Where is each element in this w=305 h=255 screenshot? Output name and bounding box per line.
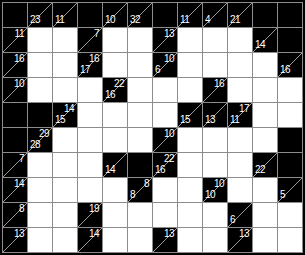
clue-cell-r0c7: 11	[178, 3, 202, 27]
clue-cell-r6c0: 7	[3, 153, 27, 177]
entry-cell-r8c5[interactable]	[128, 203, 152, 227]
clue-cell-r9c9: 13	[228, 228, 252, 252]
across-clue: 11	[15, 29, 24, 39]
down-clue: 16	[155, 165, 165, 175]
entry-cell-r9c8[interactable]	[203, 228, 227, 252]
entry-cell-r1c4[interactable]	[103, 28, 127, 52]
block-cell-r0c6	[153, 3, 177, 27]
entry-cell-r9c2[interactable]	[53, 228, 77, 252]
entry-cell-r6c7[interactable]	[178, 153, 202, 177]
down-clue: 4	[205, 15, 210, 25]
entry-cell-r3c2[interactable]	[53, 78, 77, 102]
clue-cell-r3c0: 10	[3, 78, 27, 102]
entry-cell-r8c10[interactable]	[253, 203, 277, 227]
kakuro-grid: 2311103211421117131416161710616102216161…	[2, 2, 303, 253]
block-cell-r5c0	[3, 128, 27, 152]
across-clue: 13	[239, 229, 249, 239]
entry-cell-r4c6[interactable]	[153, 103, 177, 127]
entry-cell-r2c4[interactable]	[103, 53, 127, 77]
entry-cell-r6c1[interactable]	[28, 153, 52, 177]
clue-cell-r8c9: 6	[228, 203, 252, 227]
entry-cell-r8c4[interactable]	[103, 203, 127, 227]
clue-cell-r3c4: 2216	[103, 78, 127, 102]
entry-cell-r1c7[interactable]	[178, 28, 202, 52]
entry-cell-r2c5[interactable]	[128, 53, 152, 77]
clue-cell-r7c0: 14	[3, 178, 27, 202]
clue-cell-r0c5: 32	[128, 3, 152, 27]
block-cell-r4c1	[28, 103, 52, 127]
block-cell-r6c11	[278, 153, 302, 177]
across-clue: 10	[164, 54, 174, 64]
down-clue: 11	[230, 115, 239, 125]
down-clue: 15	[55, 115, 65, 125]
entry-cell-r2c10[interactable]	[253, 53, 277, 77]
down-clue: 21	[230, 15, 240, 25]
down-clue: 16	[105, 90, 115, 100]
clue-cell-r4c9: 1711	[228, 103, 252, 127]
entry-cell-r8c7[interactable]	[178, 203, 202, 227]
down-clue: 11	[55, 15, 64, 25]
entry-cell-r5c8[interactable]	[203, 128, 227, 152]
down-clue: 5	[280, 190, 285, 200]
clue-cell-r2c3: 1617	[78, 53, 102, 77]
clue-cell-r1c3: 7	[78, 28, 102, 52]
clue-cell-r9c3: 14	[78, 228, 102, 252]
entry-cell-r4c5[interactable]	[128, 103, 152, 127]
clue-cell-r6c10: 22	[253, 153, 277, 177]
across-clue: 10	[14, 79, 24, 89]
block-cell-r4c0	[3, 103, 27, 127]
clue-cell-r0c8: 4	[203, 3, 227, 27]
entry-cell-r5c10[interactable]	[253, 128, 277, 152]
across-clue: 14	[64, 104, 74, 114]
entry-cell-r2c8[interactable]	[203, 53, 227, 77]
down-clue: 10	[105, 15, 115, 25]
clue-cell-r2c11: 16	[278, 53, 302, 77]
clue-cell-r0c1: 23	[28, 3, 52, 27]
block-cell-r1c11	[278, 28, 302, 52]
across-clue: 13	[164, 229, 174, 239]
entry-cell-r8c8[interactable]	[203, 203, 227, 227]
clue-cell-r9c0: 13	[3, 228, 27, 252]
entry-cell-r9c11[interactable]	[278, 228, 302, 252]
block-cell-r0c0	[3, 3, 27, 27]
entry-cell-r3c9[interactable]	[228, 78, 252, 102]
entry-cell-r7c7[interactable]	[178, 178, 202, 202]
entry-cell-r8c6[interactable]	[153, 203, 177, 227]
entry-cell-r6c3[interactable]	[78, 153, 102, 177]
entry-cell-r3c6[interactable]	[153, 78, 177, 102]
clue-cell-r4c2: 1415	[53, 103, 77, 127]
clue-cell-r7c5: 88	[128, 178, 152, 202]
entry-cell-r3c5[interactable]	[128, 78, 152, 102]
across-clue: 13	[164, 29, 174, 39]
down-clue: 6	[230, 215, 235, 225]
block-cell-r0c3	[78, 3, 102, 27]
entry-cell-r7c2[interactable]	[53, 178, 77, 202]
clue-cell-r7c8: 1010	[203, 178, 227, 202]
clue-cell-r2c0: 16	[3, 53, 27, 77]
down-clue: 6	[155, 65, 160, 75]
across-clue: 16	[214, 79, 224, 89]
block-cell-r0c10	[253, 3, 277, 27]
clue-cell-r0c9: 21	[228, 3, 252, 27]
down-clue: 10	[205, 190, 215, 200]
across-clue: 8	[19, 204, 24, 214]
entry-cell-r4c4[interactable]	[103, 103, 127, 127]
entry-cell-r9c5[interactable]	[128, 228, 152, 252]
entry-cell-r1c1[interactable]	[28, 28, 52, 52]
clue-cell-r4c8: 13	[203, 103, 227, 127]
across-clue: 16	[14, 54, 24, 64]
entry-cell-r9c1[interactable]	[28, 228, 52, 252]
entry-cell-r5c7[interactable]	[178, 128, 202, 152]
down-clue: 14	[255, 40, 265, 50]
entry-cell-r1c2[interactable]	[53, 28, 77, 52]
entry-cell-r5c9[interactable]	[228, 128, 252, 152]
block-cell-r6c5	[128, 153, 152, 177]
entry-cell-r7c3[interactable]	[78, 178, 102, 202]
clue-cell-r0c2: 11	[53, 3, 77, 27]
down-clue: 15	[180, 115, 190, 125]
across-clue: 16	[89, 54, 99, 64]
entry-cell-r9c10[interactable]	[253, 228, 277, 252]
clue-cell-r6c6: 2216	[153, 153, 177, 177]
entry-cell-r3c10[interactable]	[253, 78, 277, 102]
across-clue: 19	[89, 204, 99, 214]
entry-cell-r7c1[interactable]	[28, 178, 52, 202]
entry-cell-r5c2[interactable]	[53, 128, 77, 152]
clue-cell-r1c0: 11	[3, 28, 27, 52]
kakuro-board: 2311103211421117131416161710616102216161…	[0, 0, 305, 255]
down-clue: 28	[30, 140, 40, 150]
across-clue: 13	[14, 229, 24, 239]
clue-cell-r2c6: 106	[153, 53, 177, 77]
across-clue: 14	[89, 229, 99, 239]
down-clue: 16	[280, 65, 290, 75]
entry-cell-r5c4[interactable]	[103, 128, 127, 152]
entry-cell-r9c4[interactable]	[103, 228, 127, 252]
clue-cell-r1c6: 13	[153, 28, 177, 52]
clue-cell-r5c6: 10	[153, 128, 177, 152]
clue-cell-r8c0: 8	[3, 203, 27, 227]
clue-cell-r0c4: 10	[103, 3, 127, 27]
entry-cell-r2c7[interactable]	[178, 53, 202, 77]
entry-cell-r3c1[interactable]	[28, 78, 52, 102]
down-clue: 23	[30, 15, 40, 25]
down-clue: 8	[130, 190, 135, 200]
clue-cell-r4c7: 15	[178, 103, 202, 127]
entry-cell-r1c5[interactable]	[128, 28, 152, 52]
entry-cell-r3c11[interactable]	[278, 78, 302, 102]
entry-cell-r2c9[interactable]	[228, 53, 252, 77]
down-clue: 22	[255, 165, 265, 175]
clue-cell-r8c3: 19	[78, 203, 102, 227]
across-clue: 8	[144, 179, 149, 189]
entry-cell-r9c7[interactable]	[178, 228, 202, 252]
block-cell-r0c11	[278, 3, 302, 27]
down-clue: 14	[105, 165, 115, 175]
entry-cell-r6c9[interactable]	[228, 153, 252, 177]
entry-cell-r4c10[interactable]	[253, 103, 277, 127]
entry-cell-r6c8[interactable]	[203, 153, 227, 177]
entry-cell-r7c10[interactable]	[253, 178, 277, 202]
entry-cell-r8c11[interactable]	[278, 203, 302, 227]
entry-cell-r3c3[interactable]	[78, 78, 102, 102]
clue-cell-r1c10: 14	[253, 28, 277, 52]
clue-cell-r6c4: 14	[103, 153, 127, 177]
clue-cell-r3c8: 16	[203, 78, 227, 102]
clue-cell-r9c6: 13	[153, 228, 177, 252]
entry-cell-r8c1[interactable]	[28, 203, 52, 227]
down-clue: 13	[205, 115, 215, 125]
across-clue: 7	[94, 29, 99, 39]
across-clue: 10	[164, 129, 174, 139]
across-clue: 17	[239, 104, 249, 114]
entry-cell-r4c11[interactable]	[278, 103, 302, 127]
across-clue: 22	[164, 154, 174, 164]
entry-cell-r3c7[interactable]	[178, 78, 202, 102]
across-clue: 22	[114, 79, 124, 89]
down-clue: 11	[180, 15, 189, 25]
across-clue: 29	[39, 129, 49, 139]
clue-cell-r5c1: 2928	[28, 128, 52, 152]
entry-cell-r2c2[interactable]	[53, 53, 77, 77]
across-clue: 14	[14, 179, 24, 189]
block-cell-r5c11	[278, 128, 302, 152]
entry-cell-r8c2[interactable]	[53, 203, 77, 227]
entry-cell-r2c1[interactable]	[28, 53, 52, 77]
down-clue: 32	[130, 15, 140, 25]
entry-cell-r6c2[interactable]	[53, 153, 77, 177]
across-clue: 7	[19, 154, 24, 164]
entry-cell-r5c5[interactable]	[128, 128, 152, 152]
entry-cell-r5c3[interactable]	[78, 128, 102, 152]
entry-cell-r1c8[interactable]	[203, 28, 227, 52]
entry-cell-r7c9[interactable]	[228, 178, 252, 202]
clue-cell-r7c11: 5	[278, 178, 302, 202]
entry-cell-r4c3[interactable]	[78, 103, 102, 127]
entry-cell-r7c4[interactable]	[103, 178, 127, 202]
entry-cell-r7c6[interactable]	[153, 178, 177, 202]
across-clue: 10	[214, 179, 224, 189]
entry-cell-r1c9[interactable]	[228, 28, 252, 52]
down-clue: 17	[80, 65, 90, 75]
